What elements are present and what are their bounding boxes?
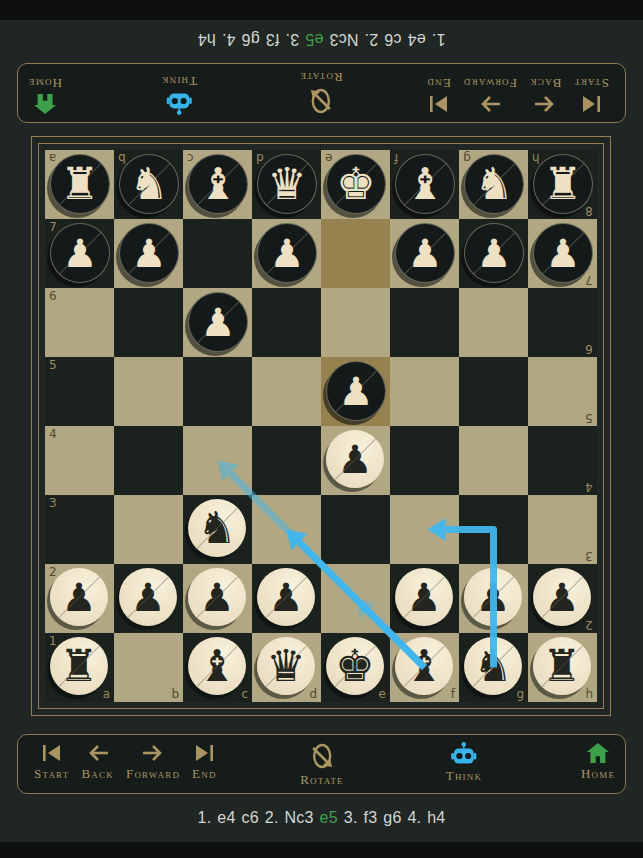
square-b7[interactable]: ♟ [114,219,183,288]
coord-label-4-a4: 4 [49,428,57,440]
rook-glyph: ♜ [543,162,582,206]
rook-glyph: ♜ [59,644,98,688]
square-d3[interactable] [252,495,321,564]
piece-white-bishop-c1[interactable]: ♝ [188,637,246,695]
square-c7[interactable] [183,219,252,288]
piece-black-knight-g8[interactable]: ♞ [464,154,524,214]
piece-black-pawn-g7[interactable]: ♟ [464,223,524,283]
piece-black-pawn-d7[interactable]: ♟ [257,223,317,283]
square-h7[interactable]: 7♟ [528,219,597,288]
pawn-glyph: ♟ [408,234,443,273]
coord-label-6-a6: 6 [49,290,57,302]
piece-white-pawn-f2[interactable]: ♟ [395,568,453,626]
rotate-icon [309,742,335,770]
pawn-glyph: ♟ [200,578,235,617]
move-token-c6[interactable]: c6 [384,31,401,48]
coord-label-b-b8: b [118,152,126,164]
piece-white-pawn-c2[interactable]: ♟ [188,568,246,626]
square-b5[interactable] [114,357,183,426]
piece-black-pawn-b7[interactable]: ♟ [119,223,179,283]
move-token-g6[interactable]: g6 [383,809,401,826]
square-g1[interactable]: g♞ [459,633,528,702]
square-e1[interactable]: e♚ [321,633,390,702]
skip-to-end-icon [192,743,216,763]
piece-black-pawn-f7[interactable]: ♟ [395,223,455,283]
back-label: Back [81,766,113,782]
piece-white-knight-c3[interactable]: ♞ [188,499,246,557]
rook-glyph: ♜ [60,162,99,206]
square-a8[interactable]: a♜ [45,150,114,219]
piece-white-queen-d1[interactable]: ♛ [257,637,315,695]
square-h8[interactable]: h8♜ [528,150,597,219]
piece-black-pawn-c6[interactable]: ♟ [188,292,248,352]
move-token-h4[interactable]: h4 [198,31,216,48]
square-f6[interactable] [390,288,459,357]
pawn-glyph: ♟ [476,578,511,617]
square-d4[interactable] [252,426,321,495]
piece-white-pawn-a2[interactable]: ♟ [50,568,108,626]
pawn-glyph: ♟ [338,440,373,479]
knight-glyph: ♞ [473,644,512,688]
bishop-glyph: ♝ [405,162,444,206]
coord-label-4-h4: 4 [585,481,593,493]
move-token-f3[interactable]: f3 [364,809,378,826]
think-button[interactable]: Think [446,742,482,784]
square-b2[interactable]: ♟ [114,564,183,633]
coord-label-5-h5: 5 [585,412,593,424]
home-label: Home [28,75,62,91]
coord-label-b-b1: b [171,688,179,700]
square-c1[interactable]: c♝ [183,633,252,702]
square-a5[interactable]: 5 [45,357,114,426]
move-token-1.[interactable]: 1. [198,809,212,826]
rotate-label: Rotate [300,772,344,788]
square-c4[interactable] [183,426,252,495]
coord-label-c-c1: c [241,688,248,700]
move-list-bottom: 1.e4c62.Nc3e53.f3g64.h4 [0,803,643,833]
pawn-glyph: ♟ [545,578,580,617]
square-e8[interactable]: e♚ [321,150,390,219]
move-token-Nc3[interactable]: Nc3 [329,31,358,48]
piece-white-knight-g1[interactable]: ♞ [464,637,522,695]
square-h2[interactable]: 2♟ [528,564,597,633]
square-f1[interactable]: f♝ [390,633,459,702]
move-token-e4[interactable]: e4 [408,31,426,48]
coord-label-6-h6: 6 [585,343,593,355]
square-c6[interactable]: ♟ [183,288,252,357]
coord-label-2-h2: 2 [585,619,593,631]
piece-white-rook-h1[interactable]: ♜ [533,637,591,695]
move-token-1.[interactable]: 1. [432,31,446,48]
square-a4[interactable]: 4 [45,426,114,495]
square-f3[interactable] [390,495,459,564]
pawn-glyph: ♟ [477,234,512,273]
move-token-g6[interactable]: g6 [241,31,259,48]
coord-label-3-h3: 3 [585,550,593,562]
back-arrow-icon [86,743,110,763]
piece-black-rook-h8[interactable]: ♜ [533,154,593,214]
pawn-glyph: ♟ [132,234,167,273]
opponent-toolbar: Start Back Forward End Rotate Think [17,63,626,123]
coord-label-f-f8: f [394,152,398,164]
forward-button-top[interactable]: Forward [463,75,517,114]
coord-label-5-a5: 5 [49,359,57,371]
rotate-button[interactable]: Rotate [300,742,344,788]
piece-white-king-e1[interactable]: ♚ [326,637,384,695]
start-button[interactable]: Start [34,743,69,782]
piece-white-pawn-d2[interactable]: ♟ [257,568,315,626]
coord-label-3-a3: 3 [49,497,57,509]
home-icon [33,93,57,115]
move-list-top-rotated: 1.e4c62.Nc3e53.f3g64.h4 [0,24,643,54]
move-token-e4[interactable]: e4 [217,809,235,826]
square-h3[interactable]: 3 [528,495,597,564]
piece-white-bishop-f1[interactable]: ♝ [395,637,453,695]
forward-arrow-icon [141,743,165,763]
back-button-top[interactable]: Back [529,75,561,114]
square-d7[interactable]: ♟ [252,219,321,288]
coord-label-g-g8: g [463,152,471,164]
move-token-4.[interactable]: 4. [222,31,236,48]
move-token-e5[interactable]: e5 [320,809,338,826]
square-g4[interactable] [459,426,528,495]
square-c3[interactable]: ♞ [183,495,252,564]
think-label: Think [446,768,482,784]
skip-to-end-icon [427,94,451,114]
square-e7[interactable] [321,219,390,288]
move-token-3.[interactable]: 3. [344,809,358,826]
pawn-glyph: ♟ [546,234,581,273]
coord-label-a-a8: a [49,152,56,164]
chess-board-area: a♜b♞c♝d♛e♚f♝g♞h8♜7♟♟♟♟♟7♟6♟65♟54♟43♞32♟♟… [45,150,597,702]
king-glyph: ♚ [335,644,374,688]
coord-label-7-a7: 7 [49,221,57,233]
piece-white-pawn-g2[interactable]: ♟ [464,568,522,626]
square-e3[interactable] [321,495,390,564]
knight-glyph: ♞ [197,506,236,550]
square-g7[interactable]: ♟ [459,219,528,288]
back-arrow-icon [533,94,557,114]
square-g2[interactable]: ♟ [459,564,528,633]
move-tokens-top: 1.e4c62.Nc3e53.f3g64.h4 [195,31,449,48]
rotate-icon [308,87,334,115]
coord-label-c-c8: c [187,152,194,164]
nav-group-bottom: Start Back Forward End [34,743,217,782]
skip-to-start-icon [40,743,64,763]
piece-white-rook-a1[interactable]: ♜ [50,637,108,695]
square-d6[interactable] [252,288,321,357]
forward-button[interactable]: Forward [126,743,180,782]
square-a3[interactable]: 3 [45,495,114,564]
coord-label-8-h8: 8 [585,205,593,217]
square-a1[interactable]: a1♜ [45,633,114,702]
square-c5[interactable] [183,357,252,426]
forward-label: Forward [463,75,517,91]
coord-label-h-h8: h [532,152,540,164]
king-glyph: ♚ [336,162,375,206]
coord-label-d-d8: d [256,152,264,164]
piece-black-pawn-h7[interactable]: ♟ [533,223,593,283]
coord-label-d-d1: d [309,688,317,700]
square-e4[interactable]: ♟ [321,426,390,495]
start-label: Start [574,75,609,91]
square-g5[interactable] [459,357,528,426]
square-a6[interactable]: 6 [45,288,114,357]
pawn-glyph: ♟ [270,234,305,273]
move-token-e5[interactable]: e5 [305,31,323,48]
square-b8[interactable]: b♞ [114,150,183,219]
square-e6[interactable] [321,288,390,357]
queen-glyph: ♛ [266,644,305,688]
move-token-f3[interactable]: f3 [266,31,280,48]
piece-white-pawn-h2[interactable]: ♟ [533,568,591,626]
square-g6[interactable] [459,288,528,357]
piece-black-knight-b8[interactable]: ♞ [119,154,179,214]
pawn-glyph: ♟ [201,303,236,342]
move-token-3.[interactable]: 3. [285,31,299,48]
end-button[interactable]: End [192,743,217,782]
coord-label-1-a1: 1 [49,635,57,647]
home-button-top[interactable]: Home [28,75,62,115]
robot-icon [450,742,478,766]
piece-black-bishop-c8[interactable]: ♝ [188,154,248,214]
move-token-h4[interactable]: h4 [427,809,445,826]
think-label: Think [161,73,197,89]
coord-label-e-e1: e [379,688,386,700]
coord-label-h-h1: h [585,688,593,700]
pawn-glyph: ♟ [62,578,97,617]
move-token-4.[interactable]: 4. [408,809,422,826]
square-g3[interactable] [459,495,528,564]
app-screen: 1.e4c62.Nc3e53.f3g64.h4 Start Back Forwa… [0,0,643,858]
piece-black-pawn-a7[interactable]: ♟ [50,223,110,283]
home-button[interactable]: Home [581,742,615,782]
bottom-strip [0,842,643,858]
piece-black-bishop-f8[interactable]: ♝ [395,154,455,214]
coord-label-e-e8: e [325,152,332,164]
square-f5[interactable] [390,357,459,426]
bishop-glyph: ♝ [197,644,236,688]
move-token-c6[interactable]: c6 [241,809,258,826]
queen-glyph: ♛ [267,162,306,206]
piece-black-king-e8[interactable]: ♚ [326,154,386,214]
square-h5[interactable]: 5 [528,357,597,426]
square-b1[interactable]: b [114,633,183,702]
piece-white-pawn-b2[interactable]: ♟ [119,568,177,626]
knight-glyph: ♞ [129,162,168,206]
pawn-glyph: ♟ [131,578,166,617]
square-h1[interactable]: h♜ [528,633,597,702]
forward-arrow-icon [478,94,502,114]
pawn-glyph: ♟ [63,234,98,273]
square-d5[interactable] [252,357,321,426]
square-e5[interactable]: ♟ [321,357,390,426]
start-button-top[interactable]: Start [574,75,609,114]
piece-black-queen-d8[interactable]: ♛ [257,154,317,214]
rotate-label: Rotate [299,69,343,85]
start-label: Start [34,766,69,782]
coord-label-a-a1: a [103,688,110,700]
think-button-top[interactable]: Think [161,73,197,115]
robot-icon [165,91,193,115]
coord-label-f-f1: f [451,688,455,700]
knight-glyph: ♞ [474,162,513,206]
back-label: Back [529,75,561,91]
top-strip [0,0,643,20]
pawn-glyph: ♟ [339,372,374,411]
square-a2[interactable]: 2♟ [45,564,114,633]
chess-board[interactable]: a♜b♞c♝d♛e♚f♝g♞h8♜7♟♟♟♟♟7♟6♟65♟54♟43♞32♟♟… [45,150,597,702]
move-tokens-bottom: 1.e4c62.Nc3e53.f3g64.h4 [195,809,449,826]
player-toolbar: Start Back Forward End Rotate Think [17,734,626,794]
piece-black-pawn-e5[interactable]: ♟ [326,361,386,421]
square-b4[interactable] [114,426,183,495]
move-token-Nc3[interactable]: Nc3 [285,809,314,826]
home-label: Home [581,766,615,782]
square-h4[interactable]: 4 [528,426,597,495]
square-a7[interactable]: 7♟ [45,219,114,288]
square-c8[interactable]: c♝ [183,150,252,219]
end-label: End [192,766,217,782]
square-f8[interactable]: f♝ [390,150,459,219]
bishop-glyph: ♝ [198,162,237,206]
pawn-glyph: ♟ [407,578,442,617]
square-c2[interactable]: ♟ [183,564,252,633]
square-d8[interactable]: d♛ [252,150,321,219]
skip-to-start-icon [579,94,603,114]
nav-group-top: Start Back Forward End [426,75,609,114]
square-e2[interactable] [321,564,390,633]
square-d1[interactable]: d♛ [252,633,321,702]
back-button[interactable]: Back [81,743,113,782]
square-f2[interactable]: ♟ [390,564,459,633]
piece-black-rook-a8[interactable]: ♜ [50,154,110,214]
square-h6[interactable]: 6 [528,288,597,357]
move-token-2.[interactable]: 2. [265,809,279,826]
bishop-glyph: ♝ [404,644,443,688]
square-g8[interactable]: g♞ [459,150,528,219]
piece-white-pawn-e4[interactable]: ♟ [326,430,384,488]
coord-label-7-h7: 7 [585,274,593,286]
end-label: End [426,75,451,91]
square-d2[interactable]: ♟ [252,564,321,633]
forward-label: Forward [126,766,180,782]
square-f7[interactable]: ♟ [390,219,459,288]
pawn-glyph: ♟ [269,578,304,617]
square-b3[interactable] [114,495,183,564]
rotate-button-top[interactable]: Rotate [299,69,343,115]
home-icon [586,742,610,764]
coord-label-g-g1: g [516,688,524,700]
square-f4[interactable] [390,426,459,495]
square-b6[interactable] [114,288,183,357]
coord-label-2-a2: 2 [49,566,57,578]
rook-glyph: ♜ [542,644,581,688]
end-button-top[interactable]: End [426,75,451,114]
move-token-2.[interactable]: 2. [364,31,378,48]
